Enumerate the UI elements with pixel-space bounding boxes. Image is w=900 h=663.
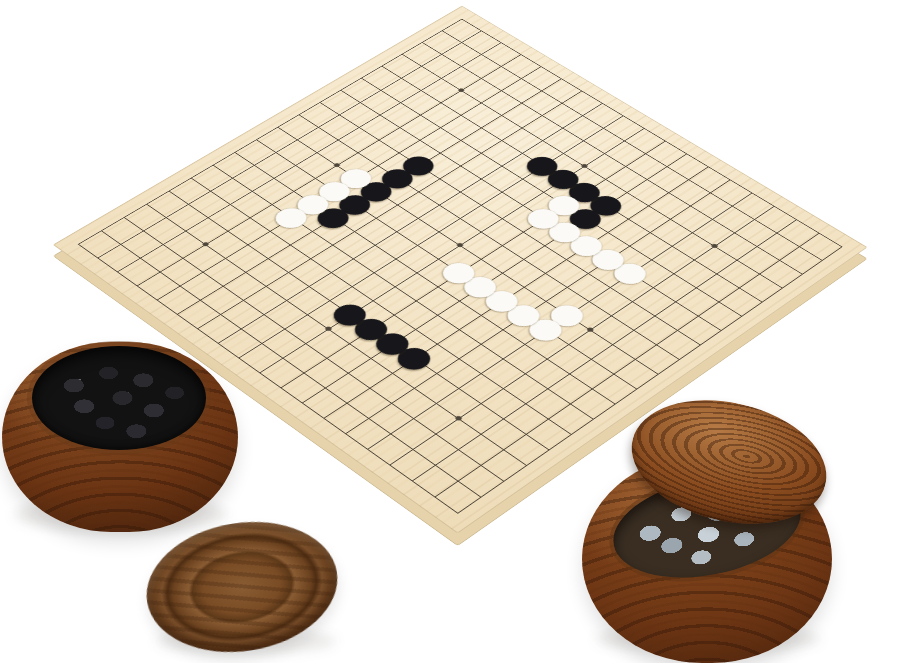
white-stone: ●	[583, 241, 637, 276]
white-stone: ●	[605, 255, 660, 291]
hoshi-point	[333, 163, 341, 168]
white-stone: ●	[476, 282, 531, 318]
hoshi-point	[201, 242, 209, 247]
black-stone: ●	[324, 296, 380, 333]
hoshi-point	[457, 88, 465, 93]
white-stone: ●	[434, 254, 489, 290]
white-stone: ●	[455, 268, 510, 304]
white-stone: ●	[498, 296, 554, 333]
hoshi-point	[454, 415, 463, 421]
white-stone: ●	[520, 310, 576, 347]
hoshi-point	[324, 326, 333, 332]
black-bowl-opening	[32, 346, 206, 450]
hoshi-point	[710, 243, 718, 248]
hoshi-point	[456, 242, 464, 247]
white-stone: ●	[541, 296, 596, 333]
black-stone: ●	[388, 339, 444, 377]
black-stone-bowl	[2, 342, 238, 532]
hoshi-point	[586, 327, 595, 333]
white-stone-bowl	[578, 403, 836, 663]
black-stone: ●	[345, 310, 401, 347]
black-stone: ●	[367, 324, 423, 361]
go-set-photo: ●●●●●●●●●●●●●●●●●●●●●●●●●●●●●●	[0, 0, 900, 663]
